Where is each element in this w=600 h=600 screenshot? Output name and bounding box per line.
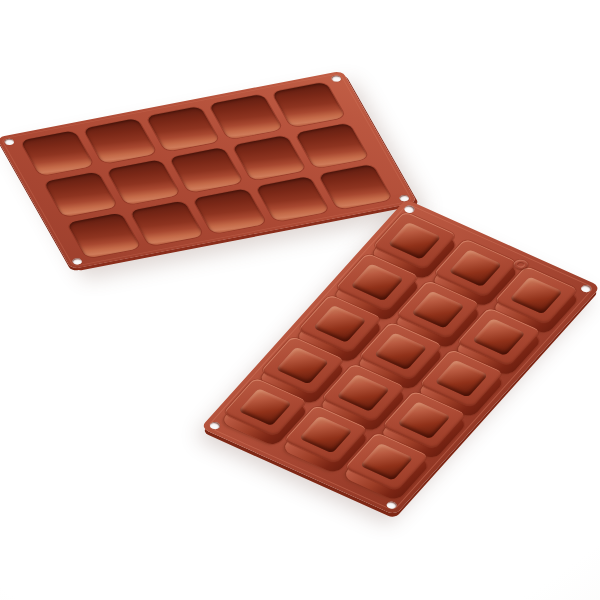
hanging-hole [579, 284, 593, 294]
bump-recess [411, 291, 465, 329]
hanging-hole [71, 258, 83, 265]
bump-recess [435, 360, 489, 398]
bump-recess [276, 347, 330, 385]
bump-recess [448, 249, 502, 287]
cavity-cell [295, 123, 369, 169]
bump-recess [472, 318, 526, 356]
bump-recess [397, 401, 451, 439]
bump-recess [509, 277, 563, 315]
cavity-cell [209, 94, 283, 140]
cavity-cell [232, 135, 306, 181]
bump-recess [360, 443, 414, 481]
hanging-hole [385, 500, 399, 510]
cavity-cell [255, 176, 329, 222]
cavity-cell [169, 147, 243, 193]
cavity-cell [193, 188, 267, 234]
bump-recess [388, 222, 442, 260]
product-photo-stage [0, 0, 600, 600]
cavity-cell [83, 118, 157, 164]
cavity-cell [130, 200, 204, 246]
bump-recess [374, 332, 428, 370]
bump-recess [313, 305, 367, 343]
bump-recess [299, 416, 353, 454]
hanging-hole [208, 421, 222, 431]
cavity-cell [272, 82, 346, 128]
bump-recess [238, 388, 292, 426]
cavity-cell [106, 159, 180, 205]
cavity-cell [20, 130, 94, 176]
mold-back-side [200, 199, 600, 515]
bump-recess [336, 374, 390, 412]
cavity-cell [318, 164, 392, 210]
hanging-hole [3, 138, 15, 145]
cavity-grid [20, 82, 392, 259]
cavity-cell [146, 106, 220, 152]
cavity-cell [67, 213, 141, 259]
hanging-hole [330, 75, 342, 82]
bump-recess [350, 263, 404, 301]
bump-grid [223, 217, 578, 497]
cavity-cell [44, 171, 118, 217]
mold-cavity-side [0, 71, 417, 270]
